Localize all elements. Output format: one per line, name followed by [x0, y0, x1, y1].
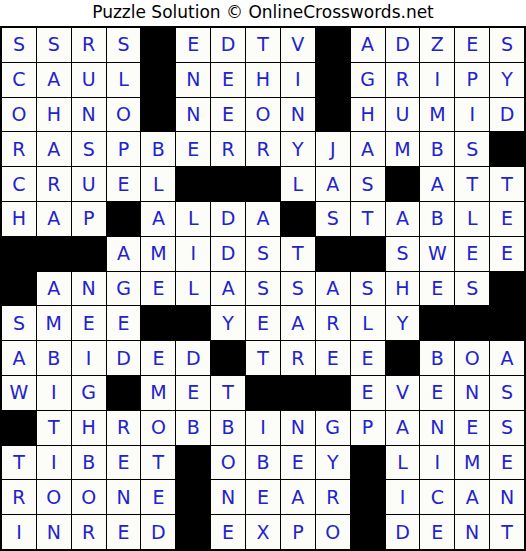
black-cell [490, 306, 524, 340]
crossword-cell[interactable]: D [211, 237, 245, 271]
crossword-cell[interactable]: E [420, 272, 454, 306]
crossword-cell[interactable]: A [281, 480, 315, 514]
crossword-cell[interactable]: B [141, 132, 175, 166]
crossword-cell[interactable]: N [281, 98, 315, 132]
crossword-cell[interactable]: R [72, 28, 106, 62]
crossword-cell[interactable]: Y [316, 446, 350, 480]
crossword-cell[interactable]: M [386, 132, 420, 166]
crossword-cell[interactable]: E [246, 480, 280, 514]
crossword-cell[interactable]: S [281, 272, 315, 306]
crossword-cell[interactable]: E [211, 63, 245, 97]
crossword-cell[interactable]: E [455, 28, 489, 62]
black-cell [141, 306, 175, 340]
black-cell [420, 306, 454, 340]
crossword-cell[interactable]: Y [490, 63, 524, 97]
black-cell [490, 272, 524, 306]
crossword-cell[interactable]: E [490, 446, 524, 480]
crossword-cell[interactable]: L [141, 167, 175, 201]
crossword-cell[interactable]: I [420, 446, 454, 480]
crossword-cell[interactable]: J [316, 132, 350, 166]
crossword-cell[interactable]: B [72, 446, 106, 480]
crossword-cell[interactable]: E [176, 376, 210, 410]
crossword-cell[interactable]: T [490, 167, 524, 201]
crossword-cell[interactable]: I [386, 480, 420, 514]
crossword-cell[interactable]: W [420, 237, 454, 271]
crossword-cell[interactable]: A [107, 237, 141, 271]
crossword-cell[interactable]: N [455, 376, 489, 410]
black-cell [2, 272, 36, 306]
crossword-cell[interactable]: V [281, 28, 315, 62]
crossword-cell[interactable]: R [72, 515, 106, 549]
crossword-cell[interactable]: R [2, 132, 36, 166]
crossword-cell[interactable]: R [211, 132, 245, 166]
black-cell [211, 341, 245, 375]
crossword-cell[interactable]: E [176, 132, 210, 166]
crossword-grid: SSRSEDTVADZESCAULNEHIGRIPYOHNONEONHUMIDR… [0, 26, 526, 551]
crossword-cell[interactable]: I [37, 446, 71, 480]
black-cell [351, 446, 385, 480]
crossword-cell[interactable]: T [351, 202, 385, 236]
crossword-cell[interactable]: P [107, 132, 141, 166]
black-cell [351, 515, 385, 549]
crossword-cell[interactable]: X [246, 515, 280, 549]
crossword-cell[interactable]: T [246, 28, 280, 62]
crossword-cell[interactable]: Z [420, 28, 454, 62]
crossword-cell[interactable]: Y [281, 132, 315, 166]
crossword-cell[interactable]: I [2, 515, 36, 549]
black-cell [176, 480, 210, 514]
crossword-cell[interactable]: A [351, 132, 385, 166]
black-cell [281, 376, 315, 410]
black-cell [176, 446, 210, 480]
crossword-cell[interactable]: S [455, 272, 489, 306]
crossword-cell[interactable]: A [490, 341, 524, 375]
crossword-cell[interactable]: T [455, 167, 489, 201]
crossword-cell[interactable]: A [211, 272, 245, 306]
crossword-cell[interactable]: E [490, 237, 524, 271]
crossword-cell[interactable]: O [107, 98, 141, 132]
crossword-cell[interactable]: N [211, 480, 245, 514]
crossword-cell[interactable]: P [455, 63, 489, 97]
crossword-cell[interactable]: U [72, 63, 106, 97]
crossword-cell[interactable]: I [246, 411, 280, 445]
crossword-cell[interactable]: S [316, 202, 350, 236]
crossword-cell[interactable]: H [386, 272, 420, 306]
black-cell [141, 63, 175, 97]
crossword-solution-page: Puzzle Solution © OnlineCrosswords.net S… [0, 0, 526, 551]
crossword-cell[interactable]: I [420, 63, 454, 97]
crossword-cell[interactable]: T [246, 341, 280, 375]
crossword-cell[interactable]: B [420, 341, 454, 375]
crossword-cell[interactable]: E [490, 202, 524, 236]
black-cell [2, 237, 36, 271]
black-cell [246, 167, 280, 201]
crossword-cell[interactable]: E [107, 446, 141, 480]
crossword-cell[interactable]: D [176, 341, 210, 375]
crossword-cell[interactable]: N [176, 98, 210, 132]
crossword-cell[interactable]: G [107, 272, 141, 306]
crossword-cell[interactable]: C [2, 63, 36, 97]
crossword-cell[interactable]: A [281, 306, 315, 340]
crossword-cell[interactable]: N [176, 63, 210, 97]
black-cell [72, 237, 106, 271]
crossword-cell[interactable]: N [37, 515, 71, 549]
crossword-cell[interactable]: U [386, 98, 420, 132]
black-cell [107, 202, 141, 236]
crossword-cell[interactable]: B [420, 132, 454, 166]
crossword-cell[interactable]: D [211, 202, 245, 236]
black-cell [211, 167, 245, 201]
crossword-cell[interactable]: H [72, 411, 106, 445]
black-cell [281, 202, 315, 236]
crossword-cell[interactable]: C [2, 167, 36, 201]
crossword-cell[interactable]: I [176, 237, 210, 271]
black-cell [176, 515, 210, 549]
crossword-cell[interactable]: I [37, 376, 71, 410]
crossword-cell[interactable]: E [211, 515, 245, 549]
crossword-cell[interactable]: R [386, 63, 420, 97]
crossword-cell[interactable]: P [281, 515, 315, 549]
crossword-cell[interactable]: A [37, 132, 71, 166]
crossword-cell[interactable]: H [2, 202, 36, 236]
crossword-cell[interactable]: O [72, 480, 106, 514]
crossword-cell[interactable]: E [420, 376, 454, 410]
crossword-cell[interactable]: S [107, 28, 141, 62]
crossword-cell[interactable]: E [420, 515, 454, 549]
crossword-cell[interactable]: D [490, 98, 524, 132]
crossword-cell[interactable]: M [141, 237, 175, 271]
crossword-cell[interactable]: Y [386, 306, 420, 340]
black-cell [351, 237, 385, 271]
crossword-cell[interactable]: O [316, 515, 350, 549]
black-cell [2, 411, 36, 445]
crossword-cell[interactable]: A [386, 202, 420, 236]
crossword-cell[interactable]: D [386, 515, 420, 549]
crossword-cell[interactable]: D [386, 28, 420, 62]
crossword-cell[interactable]: L [107, 63, 141, 97]
crossword-cell[interactable]: S [351, 167, 385, 201]
crossword-cell[interactable]: I [455, 98, 489, 132]
black-cell [455, 306, 489, 340]
crossword-cell[interactable]: E [176, 28, 210, 62]
black-cell [107, 376, 141, 410]
crossword-cell[interactable]: E [316, 341, 350, 375]
crossword-cell[interactable]: S [2, 28, 36, 62]
crossword-cell[interactable]: S [2, 306, 36, 340]
crossword-cell[interactable]: H [351, 98, 385, 132]
crossword-cell[interactable]: M [37, 306, 71, 340]
crossword-cell[interactable]: A [351, 28, 385, 62]
black-cell [351, 480, 385, 514]
black-cell [316, 63, 350, 97]
black-cell [246, 376, 280, 410]
crossword-cell[interactable]: T [211, 376, 245, 410]
crossword-cell[interactable]: G [72, 376, 106, 410]
crossword-cell[interactable]: E [141, 480, 175, 514]
crossword-cell[interactable]: E [107, 167, 141, 201]
crossword-cell[interactable]: B [246, 446, 280, 480]
black-cell [316, 237, 350, 271]
crossword-cell[interactable]: G [316, 411, 350, 445]
crossword-cell[interactable]: E [455, 237, 489, 271]
crossword-cell[interactable]: O [455, 341, 489, 375]
crossword-cell[interactable]: L [455, 202, 489, 236]
crossword-cell[interactable]: A [37, 202, 71, 236]
crossword-cell[interactable]: R [37, 167, 71, 201]
black-cell [386, 341, 420, 375]
crossword-cell[interactable]: R [316, 480, 350, 514]
crossword-cell[interactable]: D [211, 28, 245, 62]
crossword-cell[interactable]: L [351, 306, 385, 340]
crossword-cell[interactable]: H [246, 63, 280, 97]
crossword-cell[interactable]: B [420, 202, 454, 236]
crossword-cell[interactable]: S [246, 237, 280, 271]
crossword-cell[interactable]: O [37, 480, 71, 514]
crossword-cell[interactable]: T [490, 515, 524, 549]
crossword-cell[interactable]: T [2, 446, 36, 480]
crossword-cell[interactable]: N [72, 98, 106, 132]
crossword-cell[interactable]: B [176, 411, 210, 445]
crossword-cell[interactable]: S [490, 28, 524, 62]
crossword-cell[interactable]: N [107, 480, 141, 514]
crossword-cell[interactable]: A [455, 480, 489, 514]
crossword-cell[interactable]: W [2, 376, 36, 410]
crossword-cell[interactable]: S [455, 132, 489, 166]
crossword-cell[interactable]: N [72, 272, 106, 306]
crossword-cell[interactable]: E [107, 306, 141, 340]
crossword-cell[interactable]: R [246, 132, 280, 166]
crossword-cell[interactable]: A [37, 63, 71, 97]
crossword-cell[interactable]: E [211, 98, 245, 132]
crossword-cell[interactable]: N [455, 515, 489, 549]
crossword-cell[interactable]: B [37, 341, 71, 375]
crossword-cell[interactable]: O [2, 98, 36, 132]
crossword-cell[interactable]: R [107, 411, 141, 445]
crossword-cell[interactable]: S [351, 272, 385, 306]
black-cell [176, 306, 210, 340]
crossword-cell[interactable]: E [281, 446, 315, 480]
crossword-cell[interactable]: E [107, 515, 141, 549]
crossword-cell[interactable]: Y [211, 306, 245, 340]
crossword-cell[interactable]: I [281, 63, 315, 97]
crossword-cell[interactable]: P [351, 411, 385, 445]
crossword-cell[interactable]: A [386, 411, 420, 445]
black-cell [176, 167, 210, 201]
page-title: Puzzle Solution © OnlineCrosswords.net [0, 0, 526, 26]
crossword-cell[interactable]: N [490, 480, 524, 514]
crossword-cell[interactable]: E [141, 272, 175, 306]
black-cell [37, 237, 71, 271]
crossword-cell[interactable]: R [316, 306, 350, 340]
black-cell [141, 98, 175, 132]
crossword-cell[interactable]: A [37, 272, 71, 306]
crossword-cell[interactable]: M [455, 446, 489, 480]
crossword-cell[interactable]: T [281, 237, 315, 271]
crossword-cell[interactable]: S [386, 237, 420, 271]
crossword-cell[interactable]: A [316, 272, 350, 306]
crossword-cell[interactable]: A [420, 167, 454, 201]
crossword-cell[interactable]: N [420, 411, 454, 445]
crossword-cell[interactable]: L [176, 272, 210, 306]
crossword-cell[interactable]: R [2, 480, 36, 514]
crossword-cell[interactable]: S [246, 272, 280, 306]
black-cell [316, 98, 350, 132]
black-cell [490, 132, 524, 166]
crossword-cell[interactable]: G [351, 63, 385, 97]
crossword-cell[interactable]: M [420, 98, 454, 132]
black-cell [141, 28, 175, 62]
crossword-cell[interactable]: E [246, 306, 280, 340]
crossword-cell[interactable]: O [141, 411, 175, 445]
crossword-cell[interactable]: E [455, 411, 489, 445]
black-cell [316, 28, 350, 62]
crossword-cell[interactable]: D [107, 341, 141, 375]
crossword-cell[interactable]: M [141, 376, 175, 410]
black-cell [316, 376, 350, 410]
crossword-cell[interactable]: L [281, 167, 315, 201]
crossword-cell[interactable]: L [386, 446, 420, 480]
crossword-cell[interactable]: T [141, 446, 175, 480]
crossword-cell[interactable]: D [141, 515, 175, 549]
crossword-cell[interactable]: L [176, 202, 210, 236]
crossword-cell[interactable]: A [316, 167, 350, 201]
crossword-cell[interactable]: E [351, 376, 385, 410]
crossword-cell[interactable]: U [72, 167, 106, 201]
crossword-cell[interactable]: R [281, 341, 315, 375]
crossword-cell[interactable]: E [72, 306, 106, 340]
crossword-cell[interactable]: V [386, 376, 420, 410]
crossword-cell[interactable]: B [211, 411, 245, 445]
crossword-cell[interactable]: A [246, 202, 280, 236]
crossword-cell[interactable]: S [37, 28, 71, 62]
crossword-cell[interactable]: T [37, 411, 71, 445]
crossword-cell[interactable]: A [141, 202, 175, 236]
crossword-cell[interactable]: O [211, 446, 245, 480]
crossword-cell[interactable]: C [420, 480, 454, 514]
crossword-cell[interactable]: S [490, 411, 524, 445]
crossword-cell[interactable]: O [246, 98, 280, 132]
crossword-cell[interactable]: E [141, 341, 175, 375]
crossword-cell[interactable]: H [37, 98, 71, 132]
crossword-cell[interactable]: S [490, 376, 524, 410]
crossword-cell[interactable]: I [72, 341, 106, 375]
crossword-cell[interactable]: A [2, 341, 36, 375]
crossword-cell[interactable]: S [72, 132, 106, 166]
crossword-cell[interactable]: N [281, 411, 315, 445]
crossword-cell[interactable]: P [72, 202, 106, 236]
crossword-cell[interactable]: E [351, 341, 385, 375]
black-cell [386, 167, 420, 201]
